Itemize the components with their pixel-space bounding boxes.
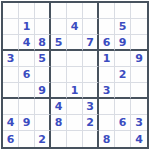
cell-r2c6[interactable] (83, 19, 99, 35)
cell-r6c1[interactable] (3, 83, 19, 99)
cell-r4c1[interactable]: 3 (3, 51, 19, 67)
cell-r3c8[interactable]: 9 (115, 35, 131, 51)
cell-r9c2[interactable] (19, 131, 35, 147)
cell-r6c7[interactable]: 3 (99, 83, 115, 99)
cell-r2c7[interactable] (99, 19, 115, 35)
cell-r2c1[interactable] (3, 19, 19, 35)
cell-r4c5[interactable] (67, 51, 83, 67)
cell-r8c1[interactable]: 4 (3, 115, 19, 131)
cell-r5c7[interactable] (99, 67, 115, 83)
cell-r2c8[interactable]: 5 (115, 19, 131, 35)
cell-r4c7[interactable]: 1 (99, 51, 115, 67)
cell-r6c9[interactable] (131, 83, 147, 99)
cell-r5c5[interactable] (67, 67, 83, 83)
cell-r5c3[interactable] (35, 67, 51, 83)
cell-r6c3[interactable]: 9 (35, 83, 51, 99)
cell-r9c1[interactable]: 6 (3, 131, 19, 147)
cell-r6c2[interactable] (19, 83, 35, 99)
cell-r6c5[interactable]: 1 (67, 83, 83, 99)
cell-r7c6[interactable]: 3 (83, 99, 99, 115)
cell-r8c2[interactable]: 9 (19, 115, 35, 131)
cell-r1c5[interactable] (67, 3, 83, 19)
cell-r7c4[interactable]: 4 (51, 99, 67, 115)
cell-r4c9[interactable]: 9 (131, 51, 147, 67)
cell-r9c7[interactable]: 8 (99, 131, 115, 147)
cell-r1c6[interactable] (83, 3, 99, 19)
cell-r3c6[interactable]: 7 (83, 35, 99, 51)
cell-r5c1[interactable] (3, 67, 19, 83)
cell-r1c9[interactable] (131, 3, 147, 19)
cell-r1c2[interactable] (19, 3, 35, 19)
cell-r8c5[interactable] (67, 115, 83, 131)
cell-r8c3[interactable] (35, 115, 51, 131)
cell-r8c7[interactable] (99, 115, 115, 131)
cell-r9c3[interactable]: 2 (35, 131, 51, 147)
cell-r2c4[interactable] (51, 19, 67, 35)
cell-r8c6[interactable]: 2 (83, 115, 99, 131)
cell-r4c8[interactable] (115, 51, 131, 67)
cell-r7c8[interactable] (115, 99, 131, 115)
cell-r5c4[interactable] (51, 67, 67, 83)
cell-r1c3[interactable] (35, 3, 51, 19)
cell-r6c4[interactable] (51, 83, 67, 99)
cell-r8c8[interactable]: 6 (115, 115, 131, 131)
cell-r3c5[interactable] (67, 35, 83, 51)
cell-r5c9[interactable] (131, 67, 147, 83)
cell-r7c1[interactable] (3, 99, 19, 115)
cell-r1c1[interactable] (3, 3, 19, 19)
cell-r2c9[interactable] (131, 19, 147, 35)
cell-r9c5[interactable] (67, 131, 83, 147)
cell-r5c6[interactable] (83, 67, 99, 83)
cell-r3c7[interactable]: 6 (99, 35, 115, 51)
cell-r4c2[interactable] (19, 51, 35, 67)
cell-r4c6[interactable] (83, 51, 99, 67)
cell-r8c9[interactable]: 3 (131, 115, 147, 131)
cell-r5c2[interactable]: 6 (19, 67, 35, 83)
cell-r4c3[interactable]: 5 (35, 51, 51, 67)
cell-r6c8[interactable] (115, 83, 131, 99)
cell-r7c7[interactable] (99, 99, 115, 115)
cell-r7c2[interactable] (19, 99, 35, 115)
cell-r7c5[interactable] (67, 99, 83, 115)
cell-r7c3[interactable] (35, 99, 51, 115)
cell-r3c4[interactable]: 5 (51, 35, 67, 51)
cell-r1c4[interactable] (51, 3, 67, 19)
cell-r9c8[interactable] (115, 131, 131, 147)
cell-r6c6[interactable] (83, 83, 99, 99)
cell-r5c8[interactable]: 2 (115, 67, 131, 83)
cell-r1c7[interactable] (99, 3, 115, 19)
cell-r3c3[interactable]: 8 (35, 35, 51, 51)
cell-r9c4[interactable] (51, 131, 67, 147)
cell-r9c6[interactable] (83, 131, 99, 147)
cell-r8c4[interactable]: 8 (51, 115, 67, 131)
cell-r9c9[interactable]: 4 (131, 131, 147, 147)
cell-r2c2[interactable]: 1 (19, 19, 35, 35)
cell-r2c3[interactable] (35, 19, 51, 35)
cell-r7c9[interactable] (131, 99, 147, 115)
cell-r3c9[interactable] (131, 35, 147, 51)
cell-r4c4[interactable] (51, 51, 67, 67)
cell-r3c1[interactable] (3, 35, 19, 51)
cell-r2c5[interactable]: 4 (67, 19, 83, 35)
cell-r1c8[interactable] (115, 3, 131, 19)
cell-r3c2[interactable]: 4 (19, 35, 35, 51)
sudoku-board: 145485769351962913434982636284 (1, 1, 149, 149)
